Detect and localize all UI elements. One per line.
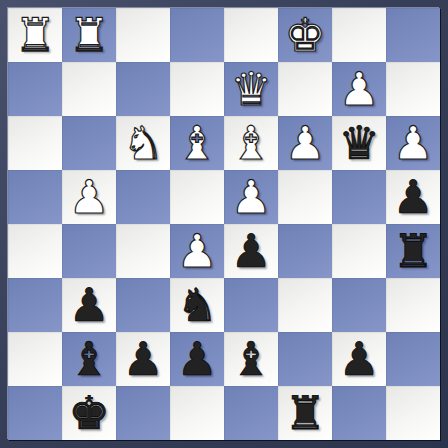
square-c1[interactable]	[116, 386, 170, 440]
white-knight[interactable]: ♞	[116, 116, 170, 170]
square-f5[interactable]	[278, 170, 332, 224]
square-d7[interactable]	[170, 62, 224, 116]
square-e5[interactable]: ♟	[224, 170, 278, 224]
square-b2[interactable]: ♝	[62, 332, 116, 386]
chess-board: ♜♜♚♛♟♞♝♝♟♛♟♟♟♟♟♟♜♟♞♝♟♟♝♟♚♜	[8, 8, 440, 440]
black-rook[interactable]: ♜	[278, 386, 332, 440]
square-e8[interactable]	[224, 8, 278, 62]
square-a5[interactable]	[8, 170, 62, 224]
white-pawn[interactable]: ♟	[278, 116, 332, 170]
white-pawn[interactable]: ♟	[386, 116, 440, 170]
square-g1[interactable]	[332, 386, 386, 440]
square-f6[interactable]: ♟	[278, 116, 332, 170]
white-king[interactable]: ♚	[278, 8, 332, 62]
square-b6[interactable]	[62, 116, 116, 170]
white-pawn[interactable]: ♟	[332, 62, 386, 116]
square-g5[interactable]	[332, 170, 386, 224]
black-king[interactable]: ♚	[62, 386, 116, 440]
chess-board-frame: ♜♜♚♛♟♞♝♝♟♛♟♟♟♟♟♟♜♟♞♝♟♟♝♟♚♜	[0, 0, 448, 448]
square-h6[interactable]: ♟	[386, 116, 440, 170]
white-bishop[interactable]: ♝	[170, 116, 224, 170]
white-pawn[interactable]: ♟	[170, 224, 224, 278]
black-pawn[interactable]: ♟	[386, 170, 440, 224]
square-g8[interactable]	[332, 8, 386, 62]
square-g3[interactable]	[332, 278, 386, 332]
square-b8[interactable]: ♜	[62, 8, 116, 62]
square-d2[interactable]: ♟	[170, 332, 224, 386]
square-e3[interactable]	[224, 278, 278, 332]
black-queen[interactable]: ♛	[332, 116, 386, 170]
black-pawn[interactable]: ♟	[116, 332, 170, 386]
square-e2[interactable]: ♝	[224, 332, 278, 386]
square-f4[interactable]	[278, 224, 332, 278]
square-h5[interactable]: ♟	[386, 170, 440, 224]
black-bishop[interactable]: ♝	[224, 332, 278, 386]
square-h1[interactable]	[386, 386, 440, 440]
square-f3[interactable]	[278, 278, 332, 332]
square-a7[interactable]	[8, 62, 62, 116]
square-e7[interactable]: ♛	[224, 62, 278, 116]
square-c3[interactable]	[116, 278, 170, 332]
square-b5[interactable]: ♟	[62, 170, 116, 224]
black-pawn[interactable]: ♟	[170, 332, 224, 386]
square-c4[interactable]	[116, 224, 170, 278]
square-d4[interactable]: ♟	[170, 224, 224, 278]
square-c7[interactable]	[116, 62, 170, 116]
black-pawn[interactable]: ♟	[224, 224, 278, 278]
white-rook[interactable]: ♜	[62, 8, 116, 62]
square-b3[interactable]: ♟	[62, 278, 116, 332]
square-b1[interactable]: ♚	[62, 386, 116, 440]
square-a3[interactable]	[8, 278, 62, 332]
square-d3[interactable]: ♞	[170, 278, 224, 332]
square-c6[interactable]: ♞	[116, 116, 170, 170]
white-rook[interactable]: ♜	[8, 8, 62, 62]
square-b7[interactable]	[62, 62, 116, 116]
black-bishop[interactable]: ♝	[62, 332, 116, 386]
square-b4[interactable]	[62, 224, 116, 278]
square-d5[interactable]	[170, 170, 224, 224]
white-pawn[interactable]: ♟	[62, 170, 116, 224]
square-d6[interactable]: ♝	[170, 116, 224, 170]
square-h4[interactable]: ♜	[386, 224, 440, 278]
square-h2[interactable]	[386, 332, 440, 386]
square-g4[interactable]	[332, 224, 386, 278]
square-d1[interactable]	[170, 386, 224, 440]
square-f8[interactable]: ♚	[278, 8, 332, 62]
square-e4[interactable]: ♟	[224, 224, 278, 278]
square-f7[interactable]	[278, 62, 332, 116]
square-h8[interactable]	[386, 8, 440, 62]
square-f2[interactable]	[278, 332, 332, 386]
square-a8[interactable]: ♜	[8, 8, 62, 62]
white-pawn[interactable]: ♟	[224, 170, 278, 224]
black-pawn[interactable]: ♟	[332, 332, 386, 386]
square-f1[interactable]: ♜	[278, 386, 332, 440]
square-c5[interactable]	[116, 170, 170, 224]
square-a2[interactable]	[8, 332, 62, 386]
square-a1[interactable]	[8, 386, 62, 440]
white-bishop[interactable]: ♝	[224, 116, 278, 170]
square-c2[interactable]: ♟	[116, 332, 170, 386]
square-e1[interactable]	[224, 386, 278, 440]
white-queen[interactable]: ♛	[224, 62, 278, 116]
square-a4[interactable]	[8, 224, 62, 278]
black-knight[interactable]: ♞	[170, 278, 224, 332]
black-rook[interactable]: ♜	[386, 224, 440, 278]
square-a6[interactable]	[8, 116, 62, 170]
square-g6[interactable]: ♛	[332, 116, 386, 170]
square-e6[interactable]: ♝	[224, 116, 278, 170]
square-h7[interactable]	[386, 62, 440, 116]
black-pawn[interactable]: ♟	[62, 278, 116, 332]
square-h3[interactable]	[386, 278, 440, 332]
square-d8[interactable]	[170, 8, 224, 62]
square-g2[interactable]: ♟	[332, 332, 386, 386]
square-c8[interactable]	[116, 8, 170, 62]
square-g7[interactable]: ♟	[332, 62, 386, 116]
